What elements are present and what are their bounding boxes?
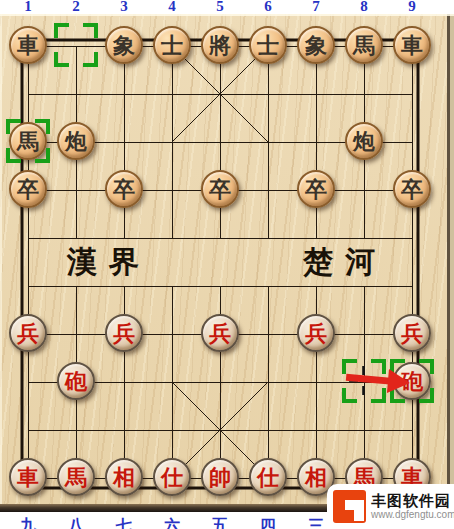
piece-black-advisor[interactable]: 士 bbox=[249, 26, 287, 64]
piece-red-chariot[interactable]: 車 bbox=[9, 458, 47, 496]
piece-black-cannon[interactable]: 炮 bbox=[57, 122, 95, 160]
piece-red-advisor[interactable]: 仕 bbox=[249, 458, 287, 496]
watermark-logo-icon bbox=[333, 490, 366, 523]
piece-red-soldier[interactable]: 兵 bbox=[393, 314, 431, 352]
piece-black-general[interactable]: 將 bbox=[201, 26, 239, 64]
file-label-bottom-7: 三 bbox=[308, 516, 324, 529]
piece-red-horse[interactable]: 馬 bbox=[57, 458, 95, 496]
watermark-site-url: www.dgfengtu.com bbox=[371, 509, 454, 520]
file-label-bottom-3: 七 bbox=[116, 516, 132, 529]
piece-black-chariot[interactable]: 車 bbox=[393, 26, 431, 64]
move-marker-from bbox=[54, 23, 98, 67]
file-label-top-7: 7 bbox=[312, 0, 320, 15]
piece-red-cannon[interactable]: 砲 bbox=[57, 362, 95, 400]
piece-red-general[interactable]: 帥 bbox=[201, 458, 239, 496]
piece-black-soldier[interactable]: 卒 bbox=[297, 170, 335, 208]
file-label-top-3: 3 bbox=[120, 0, 128, 15]
watermark: 丰图软件园 www.dgfengtu.com bbox=[327, 484, 454, 529]
piece-black-elephant[interactable]: 象 bbox=[297, 26, 335, 64]
piece-black-chariot[interactable]: 車 bbox=[9, 26, 47, 64]
file-label-top-5: 5 bbox=[216, 0, 224, 15]
piece-red-elephant[interactable]: 相 bbox=[105, 458, 143, 496]
file-label-top-8: 8 bbox=[360, 0, 368, 15]
piece-red-soldier[interactable]: 兵 bbox=[297, 314, 335, 352]
watermark-site-name: 丰图软件园 bbox=[371, 493, 454, 510]
piece-red-advisor[interactable]: 仕 bbox=[153, 458, 191, 496]
piece-black-advisor[interactable]: 士 bbox=[153, 26, 191, 64]
piece-black-soldier[interactable]: 卒 bbox=[201, 170, 239, 208]
file-label-bottom-4: 六 bbox=[164, 516, 180, 529]
piece-grid: 車象士將士象馬車馬炮炮卒卒卒卒卒兵兵兵兵兵砲砲車馬相仕帥仕相馬車 bbox=[4, 21, 436, 501]
file-label-top-2: 2 bbox=[72, 0, 80, 15]
piece-black-horse[interactable]: 馬 bbox=[345, 26, 383, 64]
piece-black-soldier[interactable]: 卒 bbox=[105, 170, 143, 208]
piece-red-cannon[interactable]: 砲 bbox=[393, 362, 431, 400]
top-file-labels: 123456789 bbox=[0, 0, 454, 14]
file-label-top-4: 4 bbox=[168, 0, 176, 15]
piece-black-horse[interactable]: 馬 bbox=[9, 122, 47, 160]
file-label-bottom-5: 五 bbox=[212, 516, 228, 529]
piece-red-soldier[interactable]: 兵 bbox=[9, 314, 47, 352]
file-label-top-6: 6 bbox=[264, 0, 272, 15]
move-marker-from bbox=[342, 359, 386, 403]
piece-red-soldier[interactable]: 兵 bbox=[201, 314, 239, 352]
file-label-bottom-2: 八 bbox=[68, 516, 84, 529]
piece-black-elephant[interactable]: 象 bbox=[105, 26, 143, 64]
piece-red-soldier[interactable]: 兵 bbox=[105, 314, 143, 352]
file-label-top-1: 1 bbox=[24, 0, 32, 15]
piece-black-soldier[interactable]: 卒 bbox=[9, 170, 47, 208]
file-label-bottom-1: 九 bbox=[20, 516, 36, 529]
piece-black-soldier[interactable]: 卒 bbox=[393, 170, 431, 208]
piece-black-cannon[interactable]: 炮 bbox=[345, 122, 383, 160]
xiangqi-app: 123456789 bbox=[0, 0, 454, 529]
file-label-top-9: 9 bbox=[408, 0, 416, 15]
file-label-bottom-6: 四 bbox=[260, 516, 276, 529]
